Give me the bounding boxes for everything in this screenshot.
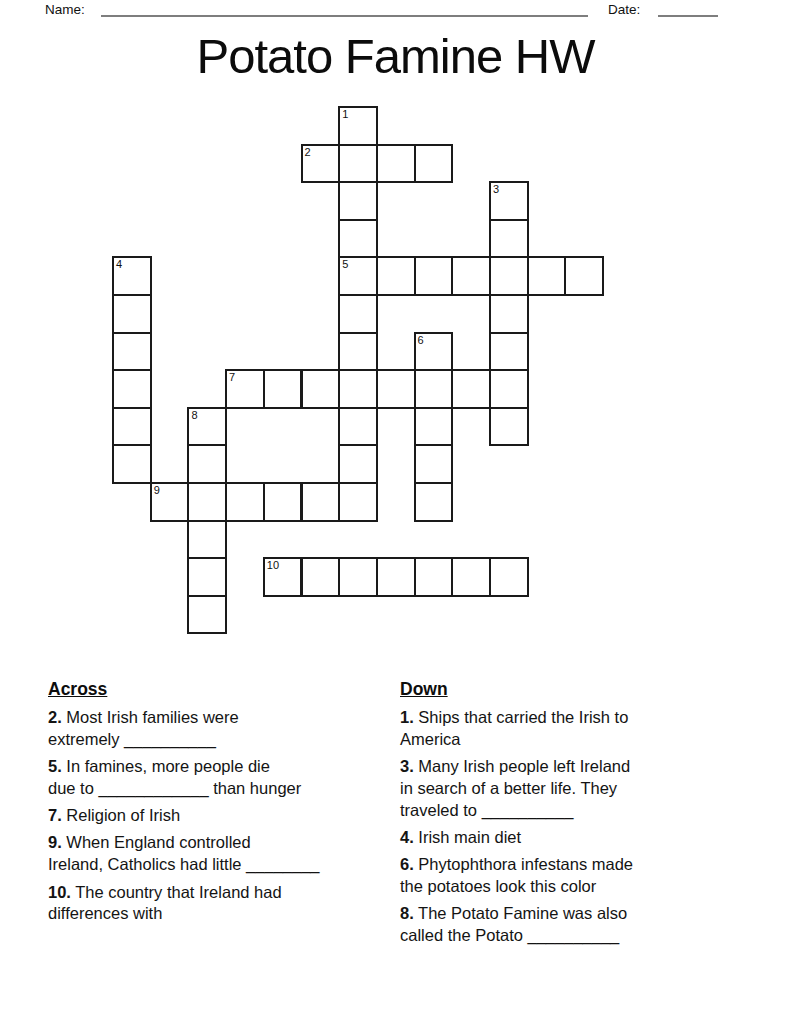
clue-down-4: 4. Irish main diet: [400, 827, 772, 849]
clue-text: Many Irish people left Ireland in search…: [400, 757, 630, 819]
grid-cell[interactable]: [301, 482, 341, 522]
clue-text: Ships that carried the Irish to America: [400, 708, 628, 748]
clue-down-6: 6. Phytophthora infestans made the potat…: [400, 854, 772, 898]
grid-cell-number: 8: [191, 410, 197, 421]
grid-cell[interactable]: [263, 369, 303, 409]
grid-cell[interactable]: [187, 595, 227, 635]
grid-cell[interactable]: [338, 144, 378, 184]
grid-cell-number: 9: [154, 485, 160, 496]
clue-number-label: 4.: [400, 828, 414, 846]
grid-cell[interactable]: [338, 332, 378, 372]
grid-cell[interactable]: [489, 256, 529, 296]
grid-cell[interactable]: [414, 144, 454, 184]
grid-cell-number: 6: [418, 335, 424, 346]
grid-cell[interactable]: 7: [225, 369, 265, 409]
grid-cell[interactable]: 8: [187, 407, 227, 447]
grid-cell-number: 1: [342, 109, 348, 120]
grid-cell[interactable]: [414, 482, 454, 522]
grid-cell[interactable]: 2: [301, 144, 341, 184]
clue-text: Most Irish families were extremely _____…: [48, 708, 239, 748]
clue-text: When England controlled Ireland, Catholi…: [48, 833, 320, 873]
down-section: Down 1. Ships that carried the Irish to …: [400, 679, 772, 952]
grid-cell[interactable]: [187, 557, 227, 597]
clue-number-label: 1.: [400, 708, 414, 726]
grid-cell[interactable]: 6: [414, 332, 454, 372]
grid-cell[interactable]: [301, 369, 341, 409]
clue-text: Religion of Irish: [62, 806, 180, 824]
grid-cell[interactable]: [338, 557, 378, 597]
clue-across-10: 10. The country that Ireland had differe…: [48, 882, 396, 926]
clue-text: The country that Ireland had differences…: [48, 883, 282, 923]
grid-cell[interactable]: [376, 557, 416, 597]
grid-cell[interactable]: [489, 557, 529, 597]
grid-cell[interactable]: 1: [338, 106, 378, 146]
grid-cell[interactable]: [489, 332, 529, 372]
clue-across-5: 5. In famines, more people die due to __…: [48, 756, 396, 800]
worksheet-page: Name: Date: Potato Famine HW 12345678910…: [0, 0, 791, 1024]
down-list: 1. Ships that carried the Irish to Ameri…: [400, 707, 772, 947]
grid-cell[interactable]: [376, 369, 416, 409]
clue-text: Phytophthora infestans made the potatoes…: [400, 855, 633, 895]
grid-cell-number: 7: [229, 372, 235, 383]
grid-cell[interactable]: [414, 444, 454, 484]
grid-cell[interactable]: [187, 520, 227, 560]
across-list: 2. Most Irish families were extremely __…: [48, 707, 396, 925]
grid-cell[interactable]: [338, 444, 378, 484]
grid-cell[interactable]: [112, 407, 152, 447]
grid-cell[interactable]: [451, 256, 491, 296]
clue-number-label: 3.: [400, 757, 414, 775]
grid-cell[interactable]: [338, 482, 378, 522]
name-input-line[interactable]: [101, 2, 588, 17]
clue-number-label: 6.: [400, 855, 414, 873]
grid-cell[interactable]: 10: [263, 557, 303, 597]
grid-cell[interactable]: [527, 256, 567, 296]
clue-across-2: 2. Most Irish families were extremely __…: [48, 707, 396, 751]
grid-cell[interactable]: [376, 144, 416, 184]
clue-number-label: 9.: [48, 833, 62, 851]
grid-cell-number: 5: [342, 259, 348, 270]
grid-cell[interactable]: [564, 256, 604, 296]
grid-cell[interactable]: [489, 407, 529, 447]
clue-number-label: 7.: [48, 806, 62, 824]
grid-cell[interactable]: [376, 256, 416, 296]
grid-cell[interactable]: [414, 407, 454, 447]
name-label: Name:: [45, 2, 85, 17]
clue-number-label: 2.: [48, 708, 62, 726]
grid-cell[interactable]: 9: [150, 482, 190, 522]
grid-cell[interactable]: [112, 294, 152, 334]
grid-cell[interactable]: [489, 219, 529, 259]
grid-cell[interactable]: [187, 482, 227, 522]
grid-cell[interactable]: [338, 219, 378, 259]
grid-cell-number: 10: [267, 560, 279, 571]
clue-number-label: 8.: [400, 904, 414, 922]
clue-across-7: 7. Religion of Irish: [48, 805, 396, 827]
grid-cell[interactable]: [187, 444, 227, 484]
grid-cell-number: 3: [493, 184, 499, 195]
grid-cell[interactable]: [301, 557, 341, 597]
grid-cell[interactable]: [489, 294, 529, 334]
grid-cell[interactable]: [414, 369, 454, 409]
clue-across-9: 9. When England controlled Ireland, Cath…: [48, 832, 396, 876]
down-header: Down: [400, 679, 772, 700]
clue-down-8: 8. The Potato Famine was also called the…: [400, 903, 772, 947]
grid-cell[interactable]: [112, 444, 152, 484]
grid-cell[interactable]: [112, 369, 152, 409]
clue-down-1: 1. Ships that carried the Irish to Ameri…: [400, 707, 772, 751]
grid-cell-number: 2: [305, 147, 311, 158]
grid-cell[interactable]: [414, 557, 454, 597]
grid-cell[interactable]: [338, 294, 378, 334]
grid-cell[interactable]: 4: [112, 256, 152, 296]
across-header: Across: [48, 679, 396, 700]
grid-cell[interactable]: [451, 557, 491, 597]
grid-cell[interactable]: [112, 332, 152, 372]
grid-cell[interactable]: [263, 482, 303, 522]
grid-cell-number: 4: [116, 259, 122, 270]
clue-text: The Potato Famine was also called the Po…: [400, 904, 627, 944]
clue-number-label: 10.: [48, 883, 71, 901]
grid-cell[interactable]: [338, 181, 378, 221]
clue-number-label: 5.: [48, 757, 62, 775]
date-input-line[interactable]: [658, 2, 718, 17]
clue-text: Irish main diet: [414, 828, 521, 846]
grid-cell[interactable]: [338, 369, 378, 409]
grid-cell[interactable]: [225, 482, 265, 522]
page-title: Potato Famine HW: [0, 28, 791, 84]
grid-cell[interactable]: 5: [338, 256, 378, 296]
clue-text: In famines, more people die due to _____…: [48, 757, 301, 797]
across-section: Across 2. Most Irish families were extre…: [48, 679, 396, 931]
date-label: Date:: [608, 2, 640, 17]
grid-cell[interactable]: [338, 407, 378, 447]
grid-cell[interactable]: [451, 369, 491, 409]
grid-cell[interactable]: [414, 256, 454, 296]
grid-cell[interactable]: 3: [489, 181, 529, 221]
grid-cell[interactable]: [489, 369, 529, 409]
clue-down-3: 3. Many Irish people left Ireland in sea…: [400, 756, 772, 821]
